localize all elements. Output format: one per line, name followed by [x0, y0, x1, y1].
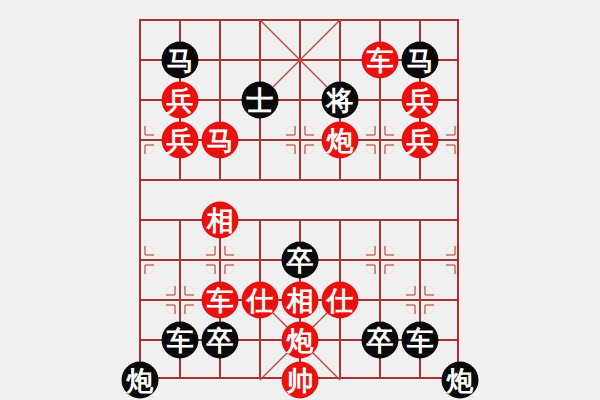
piece-red-advisor[interactable]: 仕 — [242, 282, 279, 319]
piece-black-soldier[interactable]: 卒 — [362, 322, 399, 359]
piece-glyph: 炮 — [127, 367, 154, 394]
board-cell — [259, 179, 299, 219]
piece-glyph: 车 — [367, 47, 394, 74]
piece-glyph: 兵 — [407, 127, 434, 154]
piece-black-cannon[interactable]: 炮 — [122, 362, 159, 399]
piece-red-advisor[interactable]: 仕 — [322, 282, 359, 319]
piece-glyph: 马 — [407, 47, 434, 74]
piece-red-cannon[interactable]: 炮 — [322, 122, 359, 159]
piece-red-general[interactable]: 帅 — [282, 362, 319, 399]
piece-glyph: 兵 — [167, 127, 194, 154]
board-cell — [259, 139, 299, 179]
board-cell — [339, 219, 379, 259]
piece-red-chariot[interactable]: 车 — [202, 282, 239, 319]
board-cell — [299, 19, 339, 59]
piece-black-chariot[interactable]: 车 — [402, 322, 439, 359]
piece-red-soldier[interactable]: 兵 — [162, 122, 199, 159]
piece-glyph: 相 — [287, 287, 314, 314]
piece-glyph: 卒 — [207, 327, 234, 354]
piece-black-soldier[interactable]: 卒 — [282, 242, 319, 279]
board-cell — [419, 179, 459, 219]
piece-glyph: 炮 — [447, 367, 474, 394]
board-cell — [299, 179, 339, 219]
board-cell — [139, 259, 179, 299]
piece-glyph: 卒 — [287, 247, 314, 274]
piece-glyph: 车 — [407, 327, 434, 354]
piece-glyph: 马 — [167, 47, 194, 74]
piece-red-cannon[interactable]: 炮 — [282, 322, 319, 359]
piece-black-soldier[interactable]: 卒 — [202, 322, 239, 359]
board-cell — [219, 19, 259, 59]
xiangqi-board: 马车马兵士将兵兵马炮兵相卒车仕相仕车卒炮卒车炮帅炮 — [0, 0, 600, 400]
board-cell — [139, 219, 179, 259]
piece-glyph: 车 — [167, 327, 194, 354]
piece-black-cannon[interactable]: 炮 — [442, 362, 479, 399]
piece-glyph: 卒 — [367, 327, 394, 354]
piece-glyph: 炮 — [287, 327, 314, 354]
board-cell — [379, 179, 419, 219]
piece-glyph: 马 — [207, 127, 234, 154]
piece-black-general[interactable]: 将 — [322, 82, 359, 119]
piece-black-horse[interactable]: 马 — [162, 42, 199, 79]
piece-glyph: 兵 — [167, 87, 194, 114]
piece-glyph: 车 — [207, 287, 234, 314]
piece-red-chariot[interactable]: 车 — [362, 42, 399, 79]
piece-glyph: 兵 — [407, 87, 434, 114]
piece-glyph: 仕 — [327, 287, 354, 314]
piece-red-elephant[interactable]: 相 — [202, 202, 239, 239]
board-cell — [139, 179, 179, 219]
board-cell — [339, 179, 379, 219]
board-cell — [379, 259, 419, 299]
piece-red-soldier[interactable]: 兵 — [162, 82, 199, 119]
piece-glyph: 仕 — [247, 287, 274, 314]
piece-glyph: 士 — [247, 87, 274, 114]
piece-glyph: 将 — [327, 87, 354, 114]
piece-glyph: 帅 — [287, 367, 314, 394]
board-cell — [419, 259, 459, 299]
piece-black-chariot[interactable]: 车 — [162, 322, 199, 359]
piece-red-soldier[interactable]: 兵 — [402, 122, 439, 159]
piece-glyph: 相 — [207, 207, 234, 234]
piece-red-horse[interactable]: 马 — [202, 122, 239, 159]
board-cell — [379, 219, 419, 259]
piece-black-horse[interactable]: 马 — [402, 42, 439, 79]
piece-red-soldier[interactable]: 兵 — [402, 82, 439, 119]
piece-black-advisor[interactable]: 士 — [242, 82, 279, 119]
board-cell — [259, 19, 299, 59]
board-cell — [419, 219, 459, 259]
piece-red-elephant[interactable]: 相 — [282, 282, 319, 319]
piece-glyph: 炮 — [327, 127, 354, 154]
